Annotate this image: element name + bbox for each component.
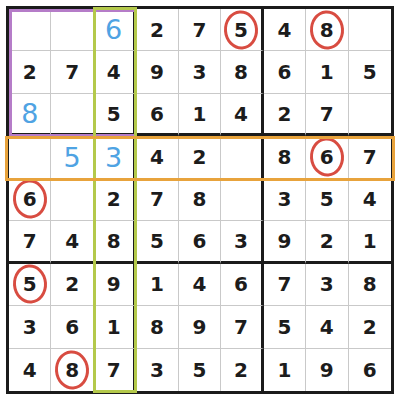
cell-r5c7[interactable]: 3 [264, 179, 306, 221]
cell-r1c6[interactable]: 5 [221, 9, 263, 51]
cell-r2c3[interactable]: 4 [94, 51, 136, 93]
cell-r3c2[interactable] [51, 94, 93, 136]
cell-r3c5[interactable]: 1 [179, 94, 221, 136]
given-digit: 9 [320, 360, 334, 380]
cell-r9c6[interactable]: 2 [221, 349, 263, 391]
cell-r4c6[interactable] [221, 136, 263, 178]
given-digit: 6 [23, 189, 37, 209]
cell-r6c3[interactable]: 8 [94, 221, 136, 263]
cell-r3c7[interactable]: 2 [264, 94, 306, 136]
cell-r7c9[interactable]: 8 [349, 264, 391, 306]
given-digit: 8 [363, 274, 377, 294]
cell-r3c3[interactable]: 5 [94, 94, 136, 136]
given-digit: 5 [193, 360, 207, 380]
given-digit: 7 [107, 360, 121, 380]
given-digit: 7 [277, 274, 291, 294]
given-digit: 7 [320, 104, 334, 124]
cell-r2c7[interactable]: 6 [264, 51, 306, 93]
given-digit: 5 [234, 20, 248, 40]
cell-r7c7[interactable]: 7 [264, 264, 306, 306]
cell-r3c4[interactable]: 6 [136, 94, 178, 136]
given-digit: 9 [277, 231, 291, 251]
cell-r8c3[interactable]: 1 [94, 306, 136, 348]
cell-r5c3[interactable]: 2 [94, 179, 136, 221]
cell-r1c9[interactable] [349, 9, 391, 51]
cell-r1c8[interactable]: 8 [306, 9, 348, 51]
cell-r9c7[interactable]: 1 [264, 349, 306, 391]
given-digit: 2 [234, 360, 248, 380]
cell-r8c5[interactable]: 9 [179, 306, 221, 348]
cell-r4c4[interactable]: 4 [136, 136, 178, 178]
given-digit: 8 [150, 317, 164, 337]
cell-r2c9[interactable]: 5 [349, 51, 391, 93]
given-digit: 7 [23, 231, 37, 251]
sudoku-page: 6275482749386158561427534286762783547485… [0, 0, 400, 400]
cell-r6c5[interactable]: 6 [179, 221, 221, 263]
given-digit: 8 [193, 189, 207, 209]
given-digit: 1 [193, 104, 207, 124]
given-digit: 3 [23, 317, 37, 337]
given-digit: 6 [65, 317, 79, 337]
given-digit: 6 [150, 104, 164, 124]
cell-r6c6[interactable]: 3 [221, 221, 263, 263]
given-digit: 7 [363, 147, 377, 167]
cell-r1c2[interactable] [51, 9, 93, 51]
cell-r8c6[interactable]: 7 [221, 306, 263, 348]
cell-r7c3[interactable]: 9 [94, 264, 136, 306]
cell-r1c5[interactable]: 7 [179, 9, 221, 51]
given-digit: 8 [107, 231, 121, 251]
given-digit: 3 [193, 62, 207, 82]
cell-r5c6[interactable] [221, 179, 263, 221]
cell-r8c8[interactable]: 4 [306, 306, 348, 348]
given-digit: 2 [65, 274, 79, 294]
given-digit: 9 [150, 62, 164, 82]
cell-r7c2[interactable]: 2 [51, 264, 93, 306]
cell-r8c2[interactable]: 6 [51, 306, 93, 348]
given-digit: 5 [277, 317, 291, 337]
cell-r7c6[interactable]: 6 [221, 264, 263, 306]
given-digit: 8 [234, 62, 248, 82]
cell-r2c1[interactable]: 2 [9, 51, 51, 93]
cell-r9c5[interactable]: 5 [179, 349, 221, 391]
given-digit: 3 [150, 360, 164, 380]
sudoku-board: 6275482749386158561427534286762783547485… [6, 6, 394, 394]
cell-r9c1[interactable]: 4 [9, 349, 51, 391]
cell-r2c8[interactable]: 1 [306, 51, 348, 93]
cell-r3c8[interactable]: 7 [306, 94, 348, 136]
given-digit: 2 [23, 62, 37, 82]
cell-r9c3[interactable]: 7 [94, 349, 136, 391]
given-digit: 5 [107, 104, 121, 124]
given-digit: 3 [320, 274, 334, 294]
cell-r3c6[interactable]: 4 [221, 94, 263, 136]
given-digit: 3 [234, 231, 248, 251]
cell-r8c9[interactable]: 2 [349, 306, 391, 348]
cell-r8c4[interactable]: 8 [136, 306, 178, 348]
cell-r4c2[interactable]: 5 [51, 136, 93, 178]
cell-r2c5[interactable]: 3 [179, 51, 221, 93]
given-digit: 4 [277, 20, 291, 40]
cell-r6c1[interactable]: 7 [9, 221, 51, 263]
cell-r9c8[interactable]: 9 [306, 349, 348, 391]
cell-r8c1[interactable]: 3 [9, 306, 51, 348]
given-digit: 9 [107, 274, 121, 294]
given-digit: 7 [234, 317, 248, 337]
cell-r3c1[interactable]: 8 [9, 94, 51, 136]
given-digit: 3 [277, 189, 291, 209]
given-digit: 5 [363, 62, 377, 82]
cell-r6c9[interactable]: 1 [349, 221, 391, 263]
given-digit: 1 [363, 231, 377, 251]
given-digit: 9 [193, 317, 207, 337]
cell-r1c1[interactable] [9, 9, 51, 51]
given-digit: 2 [363, 317, 377, 337]
given-digit: 6 [277, 62, 291, 82]
given-digit: 4 [320, 317, 334, 337]
given-digit: 4 [234, 104, 248, 124]
cell-r5c8[interactable]: 5 [306, 179, 348, 221]
given-digit: 1 [150, 274, 164, 294]
cell-r7c5[interactable]: 4 [179, 264, 221, 306]
given-digit: 8 [320, 20, 334, 40]
given-digit: 7 [150, 189, 164, 209]
cell-r2c6[interactable]: 8 [221, 51, 263, 93]
cell-r4c8[interactable]: 6 [306, 136, 348, 178]
cell-r4c7[interactable]: 8 [264, 136, 306, 178]
given-digit: 8 [65, 360, 79, 380]
entry-digit: 5 [64, 144, 81, 171]
given-digit: 6 [363, 360, 377, 380]
cell-r5c5[interactable]: 8 [179, 179, 221, 221]
given-digit: 1 [277, 360, 291, 380]
cell-r6c7[interactable]: 9 [264, 221, 306, 263]
cell-r5c2[interactable] [51, 179, 93, 221]
cell-r7c8[interactable]: 3 [306, 264, 348, 306]
cell-r2c4[interactable]: 9 [136, 51, 178, 93]
cell-r6c4[interactable]: 5 [136, 221, 178, 263]
given-digit: 5 [150, 231, 164, 251]
given-digit: 7 [65, 62, 79, 82]
entry-digit: 6 [105, 16, 122, 43]
given-digit: 4 [193, 274, 207, 294]
given-digit: 2 [277, 104, 291, 124]
cell-r9c4[interactable]: 3 [136, 349, 178, 391]
given-digit: 4 [65, 231, 79, 251]
given-digit: 1 [107, 317, 121, 337]
cell-r1c7[interactable]: 4 [264, 9, 306, 51]
sudoku-grid: 6275482749386158561427534286762783547485… [9, 9, 391, 391]
given-digit: 6 [234, 274, 248, 294]
cell-r3c9[interactable] [349, 94, 391, 136]
cell-r5c1[interactable]: 6 [9, 179, 51, 221]
given-digit: 1 [320, 62, 334, 82]
cell-r7c4[interactable]: 1 [136, 264, 178, 306]
given-digit: 5 [320, 189, 334, 209]
given-digit: 2 [150, 20, 164, 40]
cell-r4c3[interactable]: 3 [94, 136, 136, 178]
given-digit: 7 [193, 20, 207, 40]
cell-r2c2[interactable]: 7 [51, 51, 93, 93]
cell-r1c3[interactable]: 6 [94, 9, 136, 51]
given-digit: 6 [320, 147, 334, 167]
given-digit: 2 [107, 189, 121, 209]
given-digit: 2 [320, 231, 334, 251]
given-digit: 6 [193, 231, 207, 251]
given-digit: 2 [193, 147, 207, 167]
cell-r6c8[interactable]: 2 [306, 221, 348, 263]
cell-r4c5[interactable]: 2 [179, 136, 221, 178]
cell-r6c2[interactable]: 4 [51, 221, 93, 263]
cell-r5c9[interactable]: 4 [349, 179, 391, 221]
cell-r4c1[interactable] [9, 136, 51, 178]
cell-r4c9[interactable]: 7 [349, 136, 391, 178]
cell-r5c4[interactable]: 7 [136, 179, 178, 221]
cell-r8c7[interactable]: 5 [264, 306, 306, 348]
entry-digit: 8 [21, 100, 38, 127]
cell-r9c9[interactable]: 6 [349, 349, 391, 391]
given-digit: 8 [277, 147, 291, 167]
entry-digit: 3 [105, 144, 122, 171]
cell-r9c2[interactable]: 8 [51, 349, 93, 391]
cell-r7c1[interactable]: 5 [9, 264, 51, 306]
given-digit: 5 [23, 274, 37, 294]
given-digit: 4 [23, 360, 37, 380]
given-digit: 4 [150, 147, 164, 167]
given-digit: 4 [363, 189, 377, 209]
cell-r1c4[interactable]: 2 [136, 9, 178, 51]
given-digit: 4 [107, 62, 121, 82]
